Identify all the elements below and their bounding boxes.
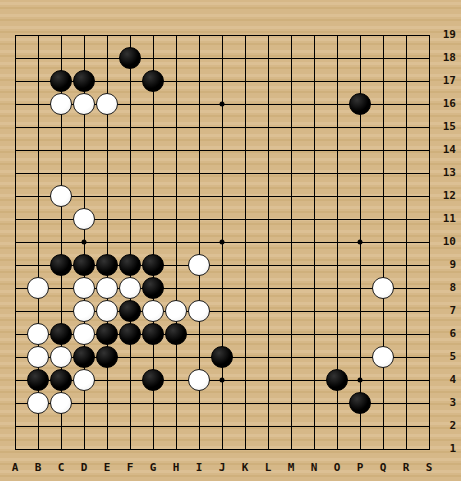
stone-white-I9: [188, 254, 210, 276]
row-label-3: 3: [434, 396, 456, 410]
stone-black-F7: [119, 300, 141, 322]
row-label-7: 7: [434, 304, 456, 318]
star-point-J4: [220, 378, 225, 383]
stone-black-E5: [96, 346, 118, 368]
stone-white-B6: [27, 323, 49, 345]
stone-white-F8: [119, 277, 141, 299]
stone-white-I7: [188, 300, 210, 322]
stone-black-J5: [211, 346, 233, 368]
col-label-J: J: [219, 461, 226, 474]
row-label-6: 6: [434, 327, 456, 341]
col-label-H: H: [173, 461, 180, 474]
star-point-P10: [358, 240, 363, 245]
col-label-A: A: [12, 461, 19, 474]
row-label-5: 5: [434, 350, 456, 364]
stone-black-F6: [119, 323, 141, 345]
stone-black-H6: [165, 323, 187, 345]
stone-black-G6: [142, 323, 164, 345]
row-label-17: 17: [434, 74, 456, 88]
stone-black-D9: [73, 254, 95, 276]
go-board: ABCDEFGHIJKLMNOPQRS 19181716151413121110…: [0, 0, 461, 481]
row-label-18: 18: [434, 51, 456, 65]
star-point-P4: [358, 378, 363, 383]
stone-white-C12: [50, 185, 72, 207]
row-label-2: 2: [434, 419, 456, 433]
stone-black-E6: [96, 323, 118, 345]
row-label-16: 16: [434, 97, 456, 111]
stone-white-B5: [27, 346, 49, 368]
stone-white-D7: [73, 300, 95, 322]
stone-black-C4: [50, 369, 72, 391]
stone-white-Q8: [372, 277, 394, 299]
col-label-I: I: [196, 461, 203, 474]
col-label-P: P: [357, 461, 364, 474]
stone-white-C3: [50, 392, 72, 414]
stone-black-P16: [349, 93, 371, 115]
stone-white-E16: [96, 93, 118, 115]
stone-white-I4: [188, 369, 210, 391]
stone-white-D6: [73, 323, 95, 345]
stone-black-G9: [142, 254, 164, 276]
stone-white-E8: [96, 277, 118, 299]
col-label-K: K: [242, 461, 249, 474]
row-label-14: 14: [434, 143, 456, 157]
col-label-L: L: [265, 461, 272, 474]
col-label-N: N: [311, 461, 318, 474]
row-label-9: 9: [434, 258, 456, 272]
stone-black-C9: [50, 254, 72, 276]
row-label-8: 8: [434, 281, 456, 295]
stone-black-G4: [142, 369, 164, 391]
stone-white-B8: [27, 277, 49, 299]
stone-black-G17: [142, 70, 164, 92]
row-label-15: 15: [434, 120, 456, 134]
col-label-F: F: [127, 461, 134, 474]
stone-white-D4: [73, 369, 95, 391]
row-label-19: 19: [434, 28, 456, 42]
col-label-C: C: [58, 461, 65, 474]
col-label-S: S: [426, 461, 433, 474]
col-label-M: M: [288, 461, 295, 474]
row-label-12: 12: [434, 189, 456, 203]
stone-white-H7: [165, 300, 187, 322]
stone-white-C16: [50, 93, 72, 115]
stone-black-B4: [27, 369, 49, 391]
row-label-4: 4: [434, 373, 456, 387]
col-label-D: D: [81, 461, 88, 474]
stone-white-Q5: [372, 346, 394, 368]
col-label-Q: Q: [380, 461, 387, 474]
stone-white-G7: [142, 300, 164, 322]
star-point-J16: [220, 102, 225, 107]
stone-black-C17: [50, 70, 72, 92]
stone-white-E7: [96, 300, 118, 322]
stone-white-D16: [73, 93, 95, 115]
stone-white-C5: [50, 346, 72, 368]
stone-black-C6: [50, 323, 72, 345]
row-label-13: 13: [434, 166, 456, 180]
col-label-B: B: [35, 461, 42, 474]
stone-black-F9: [119, 254, 141, 276]
stone-black-E9: [96, 254, 118, 276]
col-label-E: E: [104, 461, 111, 474]
stone-black-D5: [73, 346, 95, 368]
col-label-O: O: [334, 461, 341, 474]
row-label-1: 1: [434, 442, 456, 456]
row-label-11: 11: [434, 212, 456, 226]
stone-black-G8: [142, 277, 164, 299]
stone-black-O4: [326, 369, 348, 391]
row-label-10: 10: [434, 235, 456, 249]
col-label-G: G: [150, 461, 157, 474]
stone-white-D11: [73, 208, 95, 230]
stone-white-D8: [73, 277, 95, 299]
col-label-R: R: [403, 461, 410, 474]
stone-black-D17: [73, 70, 95, 92]
star-point-J10: [220, 240, 225, 245]
stone-white-B3: [27, 392, 49, 414]
stone-black-P3: [349, 392, 371, 414]
star-point-D10: [82, 240, 87, 245]
stone-black-F18: [119, 47, 141, 69]
